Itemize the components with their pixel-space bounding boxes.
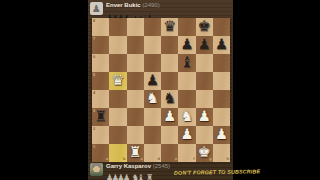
square-b7[interactable] bbox=[109, 36, 126, 54]
square-b1[interactable]: b bbox=[109, 144, 126, 162]
square-a3[interactable]: 3♜ bbox=[92, 108, 109, 126]
square-g2[interactable] bbox=[196, 126, 213, 144]
square-e1[interactable]: e bbox=[161, 144, 178, 162]
square-a4[interactable]: 4 bbox=[92, 90, 109, 108]
square-d4[interactable]: ♞ bbox=[144, 90, 161, 108]
square-a1[interactable]: 1a bbox=[92, 144, 109, 162]
square-h3[interactable] bbox=[213, 108, 230, 126]
square-d3[interactable] bbox=[144, 108, 161, 126]
rank-label-4: 4 bbox=[93, 91, 95, 95]
square-g7[interactable]: ♟ bbox=[196, 36, 213, 54]
square-c5[interactable] bbox=[127, 72, 144, 90]
square-a7[interactable]: 7 bbox=[92, 36, 109, 54]
white-pawn-e3[interactable]: ♟ bbox=[163, 108, 176, 126]
square-h1[interactable]: h bbox=[213, 144, 230, 162]
video-frame: ♟ Enver Bukic (2490) ♟♟♟♟♝♝♜ 8♛♚7♟♟♟6♝5♛… bbox=[0, 0, 320, 180]
rank-label-6: 6 bbox=[93, 55, 95, 59]
rank-label-2: 2 bbox=[93, 127, 95, 131]
file-label-c: c bbox=[141, 157, 143, 161]
white-queen-b5[interactable]: ♛ bbox=[111, 72, 124, 90]
square-b4[interactable] bbox=[109, 90, 126, 108]
black-pawn-h7[interactable]: ♟ bbox=[215, 36, 228, 54]
square-c1[interactable]: c♜ bbox=[127, 144, 144, 162]
square-c6[interactable] bbox=[127, 54, 144, 72]
square-d5[interactable]: ♟ bbox=[144, 72, 161, 90]
square-h2[interactable]: ♟ bbox=[213, 126, 230, 144]
square-f8[interactable] bbox=[178, 18, 195, 36]
black-bishop-f6[interactable]: ♝ bbox=[180, 54, 193, 72]
black-pawn-f7[interactable]: ♟ bbox=[180, 36, 193, 54]
rank-label-5: 5 bbox=[93, 73, 95, 77]
square-c2[interactable] bbox=[127, 126, 144, 144]
black-pawn-d5[interactable]: ♟ bbox=[146, 72, 159, 90]
white-knight-d4[interactable]: ♞ bbox=[146, 90, 159, 108]
square-g5[interactable] bbox=[196, 72, 213, 90]
rank-label-1: 1 bbox=[93, 145, 95, 149]
rank-label-3: 3 bbox=[93, 109, 95, 113]
white-pawn-g3[interactable]: ♟ bbox=[198, 108, 211, 126]
player-bottom-name: Garry Kasparov bbox=[106, 163, 151, 169]
square-g3[interactable]: ♟ bbox=[196, 108, 213, 126]
black-rook-a3[interactable]: ♜ bbox=[94, 108, 107, 126]
square-f6[interactable]: ♝ bbox=[178, 54, 195, 72]
player-bottom-rating: (2545) bbox=[153, 163, 170, 169]
square-h6[interactable] bbox=[213, 54, 230, 72]
square-e6[interactable] bbox=[161, 54, 178, 72]
captured-group-bottom-2: ♜ bbox=[146, 173, 152, 180]
square-b2[interactable] bbox=[109, 126, 126, 144]
player-top-rating: (2490) bbox=[142, 2, 159, 8]
black-knight-e4[interactable]: ♞ bbox=[163, 90, 176, 108]
captured-group-bottom-1: ♞♝ bbox=[132, 173, 143, 180]
file-label-e: e bbox=[175, 157, 177, 161]
file-label-a: a bbox=[106, 157, 108, 161]
player-bottom-avatar bbox=[90, 163, 103, 176]
square-e4[interactable]: ♞ bbox=[161, 90, 178, 108]
square-c4[interactable] bbox=[127, 90, 144, 108]
square-d2[interactable] bbox=[144, 126, 161, 144]
square-a6[interactable]: 6 bbox=[92, 54, 109, 72]
square-e7[interactable] bbox=[161, 36, 178, 54]
square-g1[interactable]: g♚ bbox=[196, 144, 213, 162]
square-d1[interactable]: d bbox=[144, 144, 161, 162]
square-e8[interactable]: ♛ bbox=[161, 18, 178, 36]
square-h4[interactable] bbox=[213, 90, 230, 108]
square-d7[interactable] bbox=[144, 36, 161, 54]
square-d6[interactable] bbox=[144, 54, 161, 72]
square-c7[interactable] bbox=[127, 36, 144, 54]
square-d8[interactable] bbox=[144, 18, 161, 36]
square-b8[interactable] bbox=[109, 18, 126, 36]
square-g8[interactable]: ♚ bbox=[196, 18, 213, 36]
square-e3[interactable]: ♟ bbox=[161, 108, 178, 126]
square-f4[interactable] bbox=[178, 90, 195, 108]
square-g4[interactable] bbox=[196, 90, 213, 108]
player-top-nameline: Enver Bukic (2490) bbox=[106, 1, 231, 9]
square-h5[interactable] bbox=[213, 72, 230, 90]
black-queen-e8[interactable]: ♛ bbox=[163, 18, 176, 36]
square-h8[interactable] bbox=[213, 18, 230, 36]
square-a5[interactable]: 5 bbox=[92, 72, 109, 90]
square-f5[interactable] bbox=[178, 72, 195, 90]
rank-label-7: 7 bbox=[93, 37, 95, 41]
white-pawn-f2[interactable]: ♟ bbox=[180, 126, 193, 144]
square-b3[interactable] bbox=[109, 108, 126, 126]
square-a8[interactable]: 8 bbox=[92, 18, 109, 36]
white-pawn-h2[interactable]: ♟ bbox=[215, 126, 228, 144]
square-c8[interactable] bbox=[127, 18, 144, 36]
file-label-d: d bbox=[158, 157, 160, 161]
square-e5[interactable] bbox=[161, 72, 178, 90]
square-g6[interactable] bbox=[196, 54, 213, 72]
square-b6[interactable] bbox=[109, 54, 126, 72]
pawn-avatar-icon: ♟ bbox=[92, 2, 101, 15]
wood-panel: ♟ Enver Bukic (2490) ♟♟♟♟♝♝♜ 8♛♚7♟♟♟6♝5♛… bbox=[88, 0, 233, 180]
square-f1[interactable]: f bbox=[178, 144, 195, 162]
subscribe-watermark: DON'T FORGET TO SUBSCRIBE bbox=[174, 168, 260, 176]
square-e2[interactable] bbox=[161, 126, 178, 144]
square-h7[interactable]: ♟ bbox=[213, 36, 230, 54]
board: 8♛♚7♟♟♟6♝5♛♟4♞♞3♜♟♞♟2♟♟1abc♜defg♚h bbox=[92, 18, 230, 160]
player-top-info: Enver Bukic (2490) ♟♟♟♟♝♝♜ bbox=[106, 1, 231, 18]
square-a2[interactable]: 2 bbox=[92, 126, 109, 144]
file-label-f: f bbox=[193, 157, 194, 161]
square-c3[interactable] bbox=[127, 108, 144, 126]
player-top-captured-tray: ♟♟♟♟♝♝♜ bbox=[106, 9, 231, 18]
player-top-name: Enver Bukic bbox=[106, 2, 141, 8]
player-top-avatar: ♟ bbox=[90, 2, 103, 15]
file-label-b: b bbox=[123, 157, 125, 161]
square-f2[interactable]: ♟ bbox=[178, 126, 195, 144]
black-pawn-g7[interactable]: ♟ bbox=[198, 36, 211, 54]
square-f7[interactable]: ♟ bbox=[178, 36, 195, 54]
file-label-g: g bbox=[209, 157, 211, 161]
square-b5[interactable]: ♛ bbox=[109, 72, 126, 90]
white-knight-f3[interactable]: ♞ bbox=[180, 108, 193, 126]
black-king-g8[interactable]: ♚ bbox=[198, 18, 211, 36]
captured-group-bottom-0: ♟♟♟♟ bbox=[106, 173, 129, 180]
square-f3[interactable]: ♞ bbox=[178, 108, 195, 126]
file-label-h: h bbox=[227, 157, 229, 161]
rank-label-8: 8 bbox=[93, 19, 95, 23]
